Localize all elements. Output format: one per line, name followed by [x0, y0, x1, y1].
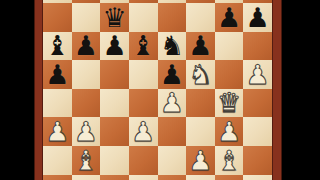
black-queen-icon: ♛ [102, 4, 126, 32]
square-h7[interactable]: ♟ [243, 3, 272, 32]
white-bishop-icon: ♝ [217, 147, 241, 175]
white-queen-icon: ♛ [217, 89, 241, 117]
square-a1[interactable] [43, 175, 72, 180]
square-c7[interactable]: ♛ [100, 3, 129, 32]
square-b6[interactable]: ♟ [72, 32, 101, 61]
white-pawn-icon: ♟ [160, 89, 184, 117]
white-bishop-icon: ♝ [74, 147, 98, 175]
square-c5[interactable] [100, 60, 129, 89]
square-b1[interactable] [72, 175, 101, 180]
black-pawn-icon: ♟ [74, 32, 98, 60]
square-b2[interactable]: ♝ [72, 146, 101, 175]
square-a4[interactable] [43, 89, 72, 118]
square-h4[interactable] [243, 89, 272, 118]
black-pawn-icon: ♟ [160, 61, 184, 89]
square-g4[interactable]: ♛ [215, 89, 244, 118]
square-e5[interactable]: ♟ [158, 60, 187, 89]
square-g7[interactable]: ♟ [215, 3, 244, 32]
black-pawn-icon: ♟ [102, 32, 126, 60]
square-e3[interactable] [158, 117, 187, 146]
video-frame: ♜♛♟♟♝♟♟♝♞♟♟♟♞♟♟♛♟♟♟♟♝♟♝ [0, 0, 320, 180]
square-b3[interactable]: ♟ [72, 117, 101, 146]
square-d4[interactable] [129, 89, 158, 118]
white-pawn-icon: ♟ [131, 118, 155, 146]
square-b4[interactable] [72, 89, 101, 118]
square-h5[interactable]: ♟ [243, 60, 272, 89]
white-pawn-icon: ♟ [246, 61, 270, 89]
black-knight-icon: ♞ [160, 32, 184, 60]
square-g3[interactable]: ♟ [215, 117, 244, 146]
square-f4[interactable] [186, 89, 215, 118]
square-f6[interactable]: ♟ [186, 32, 215, 61]
square-c4[interactable] [100, 89, 129, 118]
black-pawn-icon: ♟ [217, 4, 241, 32]
square-f2[interactable]: ♟ [186, 146, 215, 175]
square-a7[interactable] [43, 3, 72, 32]
square-c2[interactable] [100, 146, 129, 175]
square-d3[interactable]: ♟ [129, 117, 158, 146]
square-e2[interactable] [158, 146, 187, 175]
black-pawn-icon: ♟ [188, 32, 212, 60]
square-f7[interactable] [186, 3, 215, 32]
square-f3[interactable] [186, 117, 215, 146]
square-d2[interactable] [129, 146, 158, 175]
square-h2[interactable] [243, 146, 272, 175]
square-d7[interactable] [129, 3, 158, 32]
square-h3[interactable] [243, 117, 272, 146]
white-pawn-icon: ♟ [45, 118, 69, 146]
black-pawn-icon: ♟ [246, 4, 270, 32]
square-f1[interactable] [186, 175, 215, 180]
square-e7[interactable] [158, 3, 187, 32]
square-g6[interactable] [215, 32, 244, 61]
square-d5[interactable] [129, 60, 158, 89]
square-g5[interactable] [215, 60, 244, 89]
black-pawn-icon: ♟ [45, 61, 69, 89]
square-b7[interactable] [72, 3, 101, 32]
square-d6[interactable]: ♝ [129, 32, 158, 61]
white-pawn-icon: ♟ [188, 147, 212, 175]
square-c1[interactable] [100, 175, 129, 180]
white-pawn-icon: ♟ [217, 118, 241, 146]
square-a2[interactable] [43, 146, 72, 175]
white-knight-icon: ♞ [188, 61, 212, 89]
square-c6[interactable]: ♟ [100, 32, 129, 61]
square-e6[interactable]: ♞ [158, 32, 187, 61]
square-h6[interactable] [243, 32, 272, 61]
chess-board[interactable]: ♜♛♟♟♝♟♟♝♞♟♟♟♞♟♟♛♟♟♟♟♝♟♝ [43, 0, 272, 180]
square-e4[interactable]: ♟ [158, 89, 187, 118]
square-a3[interactable]: ♟ [43, 117, 72, 146]
square-g2[interactable]: ♝ [215, 146, 244, 175]
square-d1[interactable] [129, 175, 158, 180]
square-e1[interactable] [158, 175, 187, 180]
black-bishop-icon: ♝ [45, 32, 69, 60]
square-c3[interactable] [100, 117, 129, 146]
square-b5[interactable] [72, 60, 101, 89]
square-a6[interactable]: ♝ [43, 32, 72, 61]
black-bishop-icon: ♝ [131, 32, 155, 60]
square-h1[interactable] [243, 175, 272, 180]
square-g1[interactable] [215, 175, 244, 180]
white-pawn-icon: ♟ [74, 118, 98, 146]
square-f5[interactable]: ♞ [186, 60, 215, 89]
square-a5[interactable]: ♟ [43, 60, 72, 89]
